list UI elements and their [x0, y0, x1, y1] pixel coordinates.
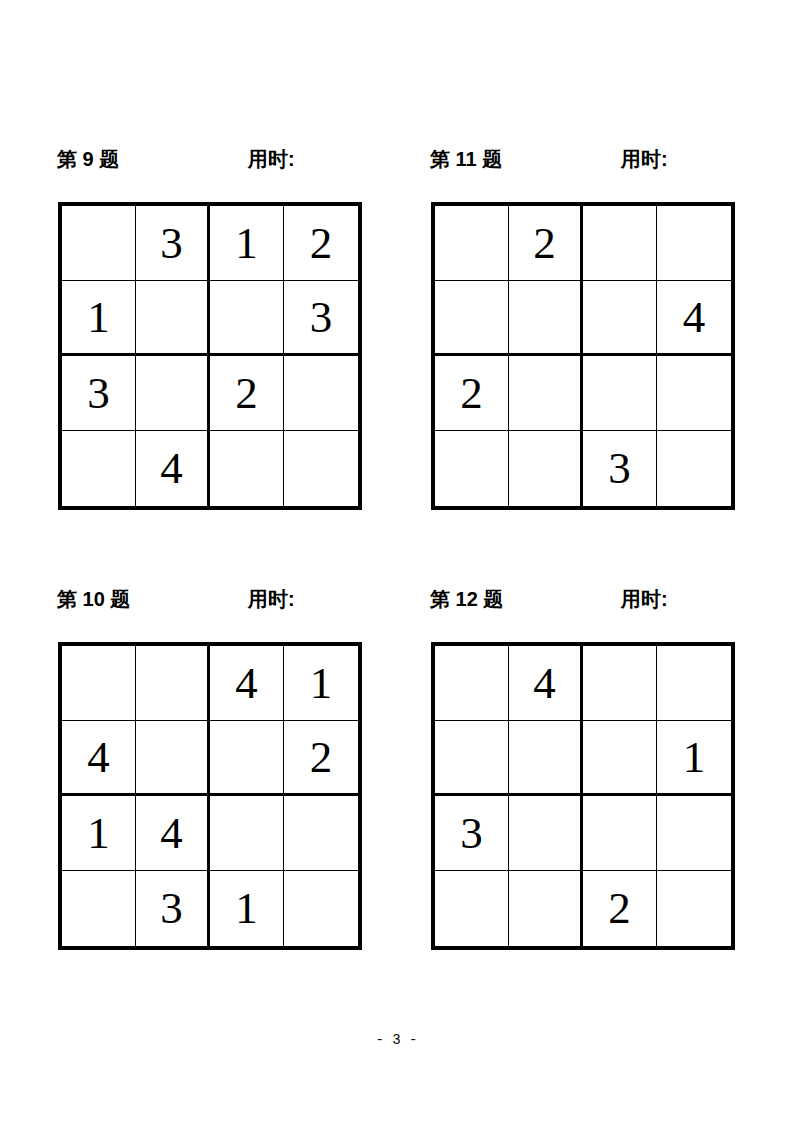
p11-cell-r1c4[interactable]	[657, 206, 731, 281]
p10-cell-r3c2: 4	[136, 796, 210, 871]
p9-cell-r3c3: 2	[210, 356, 284, 431]
p12-cell-r3c2[interactable]	[509, 796, 583, 871]
p12-cell-r2c4: 1	[657, 721, 731, 796]
p12-cell-r1c3[interactable]	[583, 646, 657, 721]
p11-cell-r3c2[interactable]	[509, 356, 583, 431]
puzzle-11-time-label: 用时:	[621, 146, 668, 173]
p10-cell-r2c3[interactable]	[210, 721, 284, 796]
p9-cell-r1c2: 3	[136, 206, 210, 281]
p9-cell-r4c4[interactable]	[284, 431, 358, 506]
p11-cell-r1c3[interactable]	[583, 206, 657, 281]
p10-cell-r4c2: 3	[136, 871, 210, 946]
p11-cell-r3c1: 2	[435, 356, 509, 431]
p10-cell-r1c4: 1	[284, 646, 358, 721]
p11-cell-r2c3[interactable]	[583, 281, 657, 356]
p9-cell-r2c4: 3	[284, 281, 358, 356]
p9-cell-r3c2[interactable]	[136, 356, 210, 431]
p9-cell-r1c4: 2	[284, 206, 358, 281]
puzzle-10-time-label: 用时:	[248, 586, 295, 613]
p10-cell-r1c1[interactable]	[62, 646, 136, 721]
p11-cell-r4c4[interactable]	[657, 431, 731, 506]
puzzle-9-time-label: 用时:	[248, 146, 295, 173]
p10-cell-r3c4[interactable]	[284, 796, 358, 871]
p10-cell-r1c3: 4	[210, 646, 284, 721]
p10-cell-r2c4: 2	[284, 721, 358, 796]
p10-cell-r3c1: 1	[62, 796, 136, 871]
p11-cell-r3c3[interactable]	[583, 356, 657, 431]
p10-cell-r2c2[interactable]	[136, 721, 210, 796]
p10-cell-r4c1[interactable]	[62, 871, 136, 946]
p12-cell-r3c1: 3	[435, 796, 509, 871]
p12-cell-r1c1[interactable]	[435, 646, 509, 721]
p12-cell-r3c4[interactable]	[657, 796, 731, 871]
puzzle-11: 第 11 题 用时: 2 4 2 3	[430, 146, 740, 518]
p10-cell-r4c4[interactable]	[284, 871, 358, 946]
p9-cell-r4c2: 4	[136, 431, 210, 506]
p12-cell-r4c3: 2	[583, 871, 657, 946]
p11-cell-r1c2: 2	[509, 206, 583, 281]
p9-cell-r3c1: 3	[62, 356, 136, 431]
p11-cell-r2c2[interactable]	[509, 281, 583, 356]
p11-cell-r4c1[interactable]	[435, 431, 509, 506]
puzzle-11-title: 第 11 题	[430, 146, 502, 173]
p9-cell-r2c3[interactable]	[210, 281, 284, 356]
page-number: - 3 -	[0, 1032, 793, 1048]
p11-cell-r4c3: 3	[583, 431, 657, 506]
puzzle-10: 第 10 题 用时: 4 1 4 2 1 4 3 1	[57, 586, 367, 958]
p9-cell-r4c3[interactable]	[210, 431, 284, 506]
puzzle-9-title: 第 9 题	[57, 146, 119, 173]
p11-cell-r1c1[interactable]	[435, 206, 509, 281]
p9-cell-r3c4[interactable]	[284, 356, 358, 431]
puzzle-9: 第 9 题 用时: 3 1 2 1 3 3 2 4	[57, 146, 367, 518]
p11-cell-r4c2[interactable]	[509, 431, 583, 506]
p9-cell-r4c1[interactable]	[62, 431, 136, 506]
p11-cell-r2c1[interactable]	[435, 281, 509, 356]
p9-cell-r2c2[interactable]	[136, 281, 210, 356]
p9-cell-r2c1: 1	[62, 281, 136, 356]
puzzle-11-board: 2 4 2 3	[431, 202, 735, 510]
p10-cell-r1c2[interactable]	[136, 646, 210, 721]
puzzle-10-board: 4 1 4 2 1 4 3 1	[58, 642, 362, 950]
p12-cell-r4c1[interactable]	[435, 871, 509, 946]
p12-cell-r4c4[interactable]	[657, 871, 731, 946]
p10-cell-r3c3[interactable]	[210, 796, 284, 871]
p12-cell-r2c3[interactable]	[583, 721, 657, 796]
p9-cell-r1c1[interactable]	[62, 206, 136, 281]
puzzle-12-title: 第 12 题	[430, 586, 503, 613]
p12-cell-r3c3[interactable]	[583, 796, 657, 871]
p12-cell-r2c2[interactable]	[509, 721, 583, 796]
puzzle-12: 第 12 题 用时: 4 1 3 2	[430, 586, 740, 958]
p12-cell-r1c4[interactable]	[657, 646, 731, 721]
p12-cell-r2c1[interactable]	[435, 721, 509, 796]
p12-cell-r4c2[interactable]	[509, 871, 583, 946]
p11-cell-r3c4[interactable]	[657, 356, 731, 431]
p9-cell-r1c3: 1	[210, 206, 284, 281]
p11-cell-r2c4: 4	[657, 281, 731, 356]
puzzle-10-title: 第 10 题	[57, 586, 130, 613]
p10-cell-r4c3: 1	[210, 871, 284, 946]
puzzle-12-time-label: 用时:	[621, 586, 668, 613]
p10-cell-r2c1: 4	[62, 721, 136, 796]
puzzle-12-board: 4 1 3 2	[431, 642, 735, 950]
p12-cell-r1c2: 4	[509, 646, 583, 721]
puzzle-9-board: 3 1 2 1 3 3 2 4	[58, 202, 362, 510]
